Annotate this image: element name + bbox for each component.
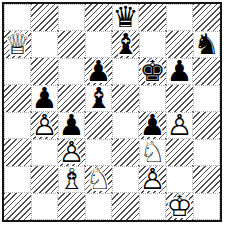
square-h1[interactable] [193, 193, 220, 220]
piece-black-king[interactable]: ♚ [139, 58, 166, 85]
square-f1[interactable] [139, 193, 166, 220]
square-f2[interactable]: ♟♙ [139, 166, 166, 193]
square-a3[interactable] [4, 139, 31, 166]
piece-outline-layer: ♙ [139, 166, 166, 193]
square-f8[interactable] [139, 4, 166, 31]
piece-white-pawn[interactable]: ♟♙ [167, 113, 192, 138]
square-e7[interactable]: ♝ [112, 31, 139, 58]
square-b3[interactable] [31, 139, 58, 166]
square-d2[interactable]: ♞♘ [85, 166, 112, 193]
square-h5[interactable] [193, 85, 220, 112]
square-e2[interactable] [112, 166, 139, 193]
square-h2[interactable] [193, 166, 220, 193]
square-c6[interactable] [58, 58, 85, 85]
square-a7[interactable]: ♛♕ [4, 31, 31, 58]
square-a2[interactable] [4, 166, 31, 193]
square-h7[interactable]: ♞ [193, 31, 220, 58]
square-d8[interactable] [85, 4, 112, 31]
square-e5[interactable] [112, 85, 139, 112]
square-a6[interactable] [4, 58, 31, 85]
piece-glyph: ♞ [194, 32, 219, 57]
square-e3[interactable] [112, 139, 139, 166]
square-g1[interactable]: ♚♔ [166, 193, 193, 220]
square-g6[interactable]: ♟ [166, 58, 193, 85]
piece-black-bishop[interactable]: ♝ [86, 86, 111, 111]
square-f6[interactable]: ♚ [139, 58, 166, 85]
square-b2[interactable] [31, 166, 58, 193]
square-h4[interactable] [193, 112, 220, 139]
square-h6[interactable] [193, 58, 220, 85]
chess-board: ♛♛♕♝♞♟♚♟♟♝♟♙♟♟♟♙♟♙♞♘♝♗♞♘♟♙♚♔ [4, 4, 220, 220]
square-b8[interactable] [31, 4, 58, 31]
square-c2[interactable]: ♝♗ [58, 166, 85, 193]
piece-white-pawn[interactable]: ♟♙ [31, 112, 58, 139]
square-c7[interactable] [58, 31, 85, 58]
piece-white-pawn[interactable]: ♟♙ [139, 166, 166, 193]
square-c8[interactable] [58, 4, 85, 31]
piece-glyph: ♝ [86, 86, 111, 111]
piece-outline-layer: ♗ [59, 167, 84, 192]
square-c1[interactable] [58, 193, 85, 220]
piece-white-queen[interactable]: ♛♕ [4, 31, 31, 58]
square-b7[interactable] [31, 31, 58, 58]
piece-outline-layer: ♕ [4, 31, 31, 58]
piece-glyph: ♚ [139, 58, 166, 85]
square-g8[interactable] [166, 4, 193, 31]
piece-outline-layer: ♙ [167, 113, 192, 138]
piece-glyph: ♝ [112, 31, 139, 58]
square-b1[interactable] [31, 193, 58, 220]
square-e6[interactable] [112, 58, 139, 85]
square-g4[interactable]: ♟♙ [166, 112, 193, 139]
square-a5[interactable] [4, 85, 31, 112]
square-b4[interactable]: ♟♙ [31, 112, 58, 139]
square-g3[interactable] [166, 139, 193, 166]
square-e4[interactable] [112, 112, 139, 139]
square-a1[interactable] [4, 193, 31, 220]
piece-black-pawn[interactable]: ♟ [167, 59, 192, 84]
piece-outline-layer: ♔ [166, 193, 193, 220]
square-d5[interactable]: ♝ [85, 85, 112, 112]
piece-black-knight[interactable]: ♞ [194, 32, 219, 57]
square-d4[interactable] [85, 112, 112, 139]
piece-outline-layer: ♙ [31, 112, 58, 139]
piece-white-king[interactable]: ♚♔ [166, 193, 193, 220]
square-a4[interactable] [4, 112, 31, 139]
square-d1[interactable] [85, 193, 112, 220]
piece-black-bishop[interactable]: ♝ [112, 31, 139, 58]
piece-white-bishop[interactable]: ♝♗ [59, 167, 84, 192]
chess-diagram: ♛♛♕♝♞♟♚♟♟♝♟♙♟♟♟♙♟♙♞♘♝♗♞♘♟♙♚♔ [0, 0, 225, 225]
piece-white-knight[interactable]: ♞♘ [85, 166, 112, 193]
square-e1[interactable] [112, 193, 139, 220]
square-h3[interactable] [193, 139, 220, 166]
piece-glyph: ♟ [167, 59, 192, 84]
piece-outline-layer: ♘ [85, 166, 112, 193]
